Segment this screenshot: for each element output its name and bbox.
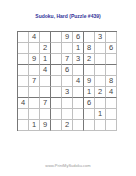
cell-r4c2 [29,65,40,76]
cell-r6c9: 4 [106,87,117,98]
cell-r7c2 [29,98,40,109]
cell-r2c3: 2 [40,43,51,54]
cell-r4c8 [95,65,106,76]
cell-r2c9: 6 [106,43,117,54]
page-title: Sudoku, Hard (Puzzle #439) [0,13,136,19]
cell-r4c6 [73,65,84,76]
cell-r6c7: 1 [84,87,95,98]
cell-r2c8 [95,43,106,54]
cell-r6c1 [18,87,29,98]
cell-r3c6: 3 [73,54,84,65]
cell-r2c6: 1 [73,43,84,54]
cell-r5c1 [18,76,29,87]
footer-url: www.PrintMySudoku.com [0,163,136,168]
cell-r6c4 [51,87,62,98]
cell-r6c3 [40,87,51,98]
cell-r7c7: 6 [84,98,95,109]
cell-r7c1: 4 [18,98,29,109]
cell-r8c1 [18,109,29,120]
cell-r5c2: 7 [29,76,40,87]
cell-r3c9 [106,54,117,65]
cell-r9c6 [73,120,84,131]
cell-r1c2: 4 [29,32,40,43]
cell-r5c8 [95,76,106,87]
cell-r9c1 [18,120,29,131]
cell-r9c8 [95,120,106,131]
cell-r6c5: 3 [62,87,73,98]
cell-r8c2 [29,109,40,120]
cell-r2c1 [18,43,29,54]
sudoku-sheet: Sudoku, Hard (Puzzle #439) 4963218691732… [0,0,136,176]
cell-r3c1 [18,54,29,65]
cell-r5c4 [51,76,62,87]
cell-r3c4 [51,54,62,65]
cell-r1c7 [84,32,95,43]
cell-r5c5 [62,76,73,87]
cell-r5c6: 4 [73,76,84,87]
cell-r4c4 [51,65,62,76]
cell-r5c9: 8 [106,76,117,87]
cell-r6c6 [73,87,84,98]
cell-r7c4 [51,98,62,109]
cell-r4c1 [18,65,29,76]
cell-r2c7: 8 [84,43,95,54]
cell-r9c2: 1 [29,120,40,131]
cell-r1c4 [51,32,62,43]
cell-r9c9 [106,120,117,131]
cell-r9c5: 2 [62,120,73,131]
cell-r5c3 [40,76,51,87]
cell-r8c6 [73,109,84,120]
cell-r3c8 [95,54,106,65]
cell-r8c8: 1 [95,109,106,120]
cell-r8c3 [40,109,51,120]
cell-r6c8: 2 [95,87,106,98]
cell-r8c5 [62,109,73,120]
cell-r3c7: 2 [84,54,95,65]
cell-r1c9 [106,32,117,43]
cell-r9c4 [51,120,62,131]
cell-r3c3: 1 [40,54,51,65]
cell-r4c7 [84,65,95,76]
cell-r4c5: 6 [62,65,73,76]
cell-r1c3 [40,32,51,43]
cell-r7c3: 7 [40,98,51,109]
cell-r7c6 [73,98,84,109]
cell-r3c5: 7 [62,54,73,65]
cell-r1c1 [18,32,29,43]
cell-r8c9 [106,109,117,120]
cell-r2c5 [62,43,73,54]
cell-r8c7 [84,109,95,120]
sudoku-board: 496321869173246749831244761192 [17,31,117,131]
cell-r4c9 [106,65,117,76]
cell-r1c6: 6 [73,32,84,43]
cell-r2c2 [29,43,40,54]
cell-r9c7 [84,120,95,131]
cell-r2c4 [51,43,62,54]
cell-r5c7: 9 [84,76,95,87]
cell-r1c5: 9 [62,32,73,43]
cell-r8c4 [51,109,62,120]
cell-r4c3: 4 [40,65,51,76]
cell-r7c5 [62,98,73,109]
cell-r1c8: 3 [95,32,106,43]
cell-r6c2 [29,87,40,98]
cell-r3c2: 9 [29,54,40,65]
cell-r7c9 [106,98,117,109]
cell-r7c8 [95,98,106,109]
cell-r9c3: 9 [40,120,51,131]
